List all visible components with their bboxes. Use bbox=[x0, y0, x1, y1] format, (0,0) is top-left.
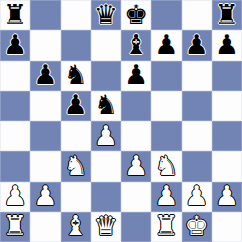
square-b8[interactable] bbox=[30, 0, 60, 30]
square-f2[interactable]: ♟ bbox=[151, 182, 181, 212]
square-c6[interactable]: ♞ bbox=[61, 61, 91, 91]
square-g8[interactable] bbox=[182, 0, 212, 30]
square-a2[interactable]: ♟ bbox=[0, 182, 30, 212]
square-c2[interactable] bbox=[61, 182, 91, 212]
black-pawn-icon[interactable]: ♟ bbox=[215, 31, 239, 58]
black-pawn-icon[interactable]: ♟ bbox=[33, 61, 57, 88]
white-queen-icon[interactable]: ♛ bbox=[94, 212, 118, 239]
white-king-icon[interactable]: ♚ bbox=[185, 212, 209, 239]
square-d1[interactable]: ♛ bbox=[91, 212, 121, 242]
square-e5[interactable] bbox=[121, 91, 151, 121]
white-knight-icon[interactable]: ♞ bbox=[154, 152, 178, 179]
black-bishop-icon[interactable]: ♝ bbox=[124, 31, 148, 58]
black-pawn-icon[interactable]: ♟ bbox=[185, 31, 209, 58]
square-a8[interactable]: ♜ bbox=[0, 0, 30, 30]
square-d2[interactable] bbox=[91, 182, 121, 212]
square-g5[interactable] bbox=[182, 91, 212, 121]
white-pawn-icon[interactable]: ♟ bbox=[185, 182, 209, 209]
square-b1[interactable] bbox=[30, 212, 60, 242]
square-e8[interactable]: ♚ bbox=[121, 0, 151, 30]
black-pawn-icon[interactable]: ♟ bbox=[154, 31, 178, 58]
white-rook-icon[interactable]: ♜ bbox=[3, 212, 27, 239]
square-g2[interactable]: ♟ bbox=[182, 182, 212, 212]
square-h7[interactable]: ♟ bbox=[212, 30, 242, 60]
white-pawn-icon[interactable]: ♟ bbox=[215, 182, 239, 209]
square-d5[interactable]: ♞ bbox=[91, 91, 121, 121]
square-d6[interactable] bbox=[91, 61, 121, 91]
square-g3[interactable] bbox=[182, 151, 212, 181]
square-a1[interactable]: ♜ bbox=[0, 212, 30, 242]
square-c3[interactable]: ♞ bbox=[61, 151, 91, 181]
square-g7[interactable]: ♟ bbox=[182, 30, 212, 60]
square-d7[interactable] bbox=[91, 30, 121, 60]
white-pawn-icon[interactable]: ♟ bbox=[94, 122, 118, 149]
white-bishop-icon[interactable]: ♝ bbox=[64, 212, 88, 239]
square-f8[interactable] bbox=[151, 0, 181, 30]
square-f3[interactable]: ♞ bbox=[151, 151, 181, 181]
square-e3[interactable]: ♟ bbox=[121, 151, 151, 181]
square-h2[interactable]: ♟ bbox=[212, 182, 242, 212]
square-a4[interactable] bbox=[0, 121, 30, 151]
square-f5[interactable] bbox=[151, 91, 181, 121]
white-knight-icon[interactable]: ♞ bbox=[64, 152, 88, 179]
square-h1[interactable] bbox=[212, 212, 242, 242]
white-pawn-icon[interactable]: ♟ bbox=[33, 182, 57, 209]
black-rook-icon[interactable]: ♜ bbox=[215, 1, 239, 28]
black-pawn-icon[interactable]: ♟ bbox=[124, 61, 148, 88]
black-knight-icon[interactable]: ♞ bbox=[94, 91, 118, 118]
square-a5[interactable] bbox=[0, 91, 30, 121]
square-e2[interactable] bbox=[121, 182, 151, 212]
black-queen-icon[interactable]: ♛ bbox=[94, 1, 118, 28]
white-pawn-icon[interactable]: ♟ bbox=[3, 182, 27, 209]
square-g4[interactable] bbox=[182, 121, 212, 151]
square-c1[interactable]: ♝ bbox=[61, 212, 91, 242]
black-knight-icon[interactable]: ♞ bbox=[64, 61, 88, 88]
square-a6[interactable] bbox=[0, 61, 30, 91]
square-c4[interactable] bbox=[61, 121, 91, 151]
white-pawn-icon[interactable]: ♟ bbox=[154, 182, 178, 209]
square-b5[interactable] bbox=[30, 91, 60, 121]
black-pawn-icon[interactable]: ♟ bbox=[64, 91, 88, 118]
square-d3[interactable] bbox=[91, 151, 121, 181]
square-c8[interactable] bbox=[61, 0, 91, 30]
square-b2[interactable]: ♟ bbox=[30, 182, 60, 212]
square-b3[interactable] bbox=[30, 151, 60, 181]
square-h3[interactable] bbox=[212, 151, 242, 181]
square-c7[interactable] bbox=[61, 30, 91, 60]
square-f1[interactable]: ♜ bbox=[151, 212, 181, 242]
square-f7[interactable]: ♟ bbox=[151, 30, 181, 60]
square-f6[interactable] bbox=[151, 61, 181, 91]
square-a7[interactable]: ♟ bbox=[0, 30, 30, 60]
chess-board: ♜♛♚♜♟♝♟♟♟♟♞♟♟♞♟♞♟♞♟♟♟♟♟♜♝♛♜♚ bbox=[0, 0, 242, 242]
black-rook-icon[interactable]: ♜ bbox=[3, 1, 27, 28]
square-d8[interactable]: ♛ bbox=[91, 0, 121, 30]
square-e6[interactable]: ♟ bbox=[121, 61, 151, 91]
square-b7[interactable] bbox=[30, 30, 60, 60]
square-g6[interactable] bbox=[182, 61, 212, 91]
square-e7[interactable]: ♝ bbox=[121, 30, 151, 60]
square-h6[interactable] bbox=[212, 61, 242, 91]
white-pawn-icon[interactable]: ♟ bbox=[124, 152, 148, 179]
black-king-icon[interactable]: ♚ bbox=[124, 1, 148, 28]
square-f4[interactable] bbox=[151, 121, 181, 151]
square-d4[interactable]: ♟ bbox=[91, 121, 121, 151]
square-h4[interactable] bbox=[212, 121, 242, 151]
square-c5[interactable]: ♟ bbox=[61, 91, 91, 121]
square-b4[interactable] bbox=[30, 121, 60, 151]
square-a3[interactable] bbox=[0, 151, 30, 181]
black-pawn-icon[interactable]: ♟ bbox=[3, 31, 27, 58]
square-h5[interactable] bbox=[212, 91, 242, 121]
square-e4[interactable] bbox=[121, 121, 151, 151]
square-h8[interactable]: ♜ bbox=[212, 0, 242, 30]
square-g1[interactable]: ♚ bbox=[182, 212, 212, 242]
square-e1[interactable] bbox=[121, 212, 151, 242]
square-b6[interactable]: ♟ bbox=[30, 61, 60, 91]
white-rook-icon[interactable]: ♜ bbox=[154, 212, 178, 239]
